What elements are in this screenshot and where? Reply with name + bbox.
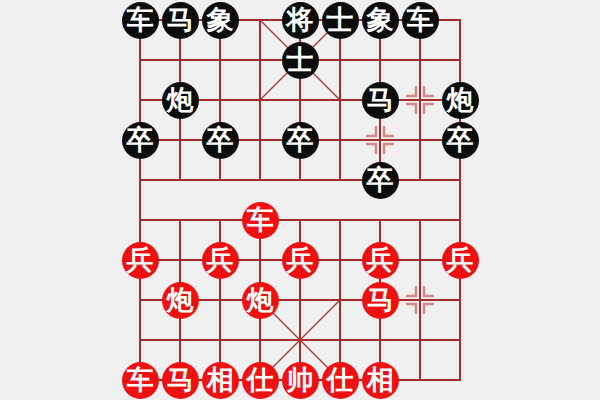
- piece-red-horse[interactable]: 马: [162, 362, 199, 399]
- piece-black-horse[interactable]: 马: [362, 82, 399, 119]
- piece-black-soldier[interactable]: 卒: [202, 122, 239, 159]
- piece-black-elephant[interactable]: 象: [202, 2, 239, 39]
- piece-black-soldier[interactable]: 卒: [442, 122, 479, 159]
- piece-black-advisor[interactable]: 士: [282, 42, 319, 79]
- piece-red-cannon[interactable]: 炮: [242, 282, 279, 319]
- piece-black-rook[interactable]: 车: [122, 2, 159, 39]
- piece-red-soldier[interactable]: 兵: [202, 242, 239, 279]
- piece-red-advisor[interactable]: 仕: [242, 362, 279, 399]
- piece-red-general[interactable]: 帅: [282, 362, 319, 399]
- piece-black-general[interactable]: 将: [282, 2, 319, 39]
- piece-black-soldier[interactable]: 卒: [122, 122, 159, 159]
- piece-black-elephant[interactable]: 象: [362, 2, 399, 39]
- piece-red-soldier[interactable]: 兵: [282, 242, 319, 279]
- piece-red-rook[interactable]: 车: [242, 202, 279, 239]
- piece-black-soldier[interactable]: 卒: [362, 162, 399, 199]
- piece-red-elephant[interactable]: 相: [362, 362, 399, 399]
- piece-red-elephant[interactable]: 相: [202, 362, 239, 399]
- piece-black-rook[interactable]: 车: [402, 2, 439, 39]
- piece-red-cannon[interactable]: 炮: [162, 282, 199, 319]
- xiangqi-board[interactable]: 车马象将士象车士炮马炮卒卒卒卒卒车兵兵兵兵兵炮炮马车马相仕帅仕相: [0, 0, 600, 400]
- piece-red-soldier[interactable]: 兵: [122, 242, 159, 279]
- piece-red-soldier[interactable]: 兵: [442, 242, 479, 279]
- piece-black-horse[interactable]: 马: [162, 2, 199, 39]
- piece-black-soldier[interactable]: 卒: [282, 122, 319, 159]
- screenshot-root: 车马象将士象车士炮马炮卒卒卒卒卒车兵兵兵兵兵炮炮马车马相仕帅仕相: [0, 0, 600, 400]
- piece-red-rook[interactable]: 车: [122, 362, 159, 399]
- piece-red-horse[interactable]: 马: [362, 282, 399, 319]
- piece-red-soldier[interactable]: 兵: [362, 242, 399, 279]
- piece-red-advisor[interactable]: 仕: [322, 362, 359, 399]
- piece-black-advisor[interactable]: 士: [322, 2, 359, 39]
- piece-black-cannon[interactable]: 炮: [442, 82, 479, 119]
- piece-black-cannon[interactable]: 炮: [162, 82, 199, 119]
